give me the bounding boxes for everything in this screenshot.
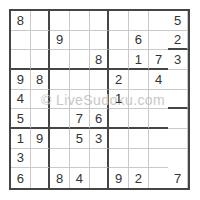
- given-digit: 5: [17, 112, 24, 125]
- cell-r4c5[interactable]: [90, 70, 110, 90]
- cell-r6c5: 6: [90, 109, 110, 129]
- cell-r8c6[interactable]: [109, 149, 129, 169]
- cell-r8c3[interactable]: [50, 149, 70, 169]
- cell-r5c6: 1: [109, 90, 129, 110]
- cell-r6c2[interactable]: [31, 109, 51, 129]
- cell-r3c4[interactable]: [70, 50, 90, 70]
- cell-r7c8[interactable]: [149, 129, 169, 149]
- cell-r1c4[interactable]: [70, 11, 90, 31]
- cell-r9c3: 8: [50, 168, 70, 188]
- given-digit: 9: [36, 132, 43, 145]
- cell-r6c3[interactable]: [50, 109, 70, 129]
- cell-r7c2: 9: [31, 129, 51, 149]
- cell-r2c9: 2: [168, 31, 188, 51]
- cell-r7c6[interactable]: [109, 129, 129, 149]
- cell-r9c7: 2: [129, 168, 149, 188]
- cell-r4c7[interactable]: [129, 70, 149, 90]
- cell-r1c3[interactable]: [50, 11, 70, 31]
- given-digit: 9: [56, 33, 63, 46]
- cell-r5c8[interactable]: [149, 90, 169, 110]
- cell-r2c7: 6: [129, 31, 149, 51]
- given-digit: 1: [135, 53, 142, 66]
- cell-r1c2[interactable]: [31, 11, 51, 31]
- cell-r4c1: 9: [11, 70, 31, 90]
- cell-r5c5[interactable]: [90, 90, 110, 110]
- cell-r2c1[interactable]: [11, 31, 31, 51]
- given-digit: 9: [115, 172, 122, 185]
- given-digit: 5: [174, 14, 181, 27]
- cell-r6c6[interactable]: [109, 109, 129, 129]
- cell-r8c8[interactable]: [149, 149, 169, 169]
- cell-r8c4[interactable]: [70, 149, 90, 169]
- given-digit: 4: [155, 73, 162, 86]
- given-digit: 9: [17, 73, 24, 86]
- given-digit: 3: [174, 53, 181, 66]
- given-digit: 7: [155, 53, 162, 66]
- cell-r8c1: 3: [11, 149, 31, 169]
- cell-r5c9[interactable]: [168, 90, 188, 110]
- cell-r9c9: 7: [168, 168, 188, 188]
- cell-r3c5: 8: [90, 50, 110, 70]
- cell-r8c9[interactable]: [168, 149, 188, 169]
- given-digit: 8: [56, 172, 63, 185]
- given-digit: 3: [17, 151, 24, 164]
- given-digit: 2: [135, 172, 142, 185]
- cell-r7c3[interactable]: [50, 129, 70, 149]
- cell-r8c2[interactable]: [31, 149, 51, 169]
- sudoku-board: © LiveSudoku.com 85962817398244157619533…: [9, 9, 190, 190]
- given-digit: 2: [115, 73, 122, 86]
- given-digit: 6: [135, 33, 142, 46]
- given-digit: 4: [76, 172, 83, 185]
- given-digit: 1: [115, 92, 122, 105]
- given-digit: 4: [17, 92, 24, 105]
- given-digit: 2: [174, 33, 181, 46]
- cell-r9c8[interactable]: [149, 168, 169, 188]
- cell-r9c2[interactable]: [31, 168, 51, 188]
- cell-r6c1: 5: [11, 109, 31, 129]
- cell-r3c1[interactable]: [11, 50, 31, 70]
- cell-r6c8[interactable]: [149, 109, 169, 129]
- given-digit: 6: [95, 112, 102, 125]
- cell-r1c6[interactable]: [109, 11, 129, 31]
- cell-r9c1: 6: [11, 168, 31, 188]
- cell-r3c6[interactable]: [109, 50, 129, 70]
- cell-r5c1: 4: [11, 90, 31, 110]
- cell-r1c5[interactable]: [90, 11, 110, 31]
- given-digit: 6: [17, 172, 24, 185]
- cell-r5c4[interactable]: [70, 90, 90, 110]
- cell-r6c7[interactable]: [129, 109, 149, 129]
- cell-r1c8[interactable]: [149, 11, 169, 31]
- given-digit: 7: [76, 112, 83, 125]
- given-digit: 8: [36, 73, 43, 86]
- cell-r2c2[interactable]: [31, 31, 51, 51]
- cell-r2c5[interactable]: [90, 31, 110, 51]
- cell-r7c5: 3: [90, 129, 110, 149]
- cell-r2c3: 9: [50, 31, 70, 51]
- cell-r9c4: 4: [70, 168, 90, 188]
- cell-r8c5[interactable]: [90, 149, 110, 169]
- cell-r3c7: 1: [129, 50, 149, 70]
- cell-r7c7[interactable]: [129, 129, 149, 149]
- cell-r1c1: 8: [11, 11, 31, 31]
- given-digit: 7: [174, 172, 181, 185]
- cell-r4c9[interactable]: [168, 70, 188, 90]
- cell-r6c4: 7: [70, 109, 90, 129]
- given-digit: 1: [17, 132, 24, 145]
- cell-r1c7[interactable]: [129, 11, 149, 31]
- cell-r9c6: 9: [109, 168, 129, 188]
- cell-r4c8: 4: [149, 70, 169, 90]
- cell-r3c8: 7: [149, 50, 169, 70]
- cell-r3c2[interactable]: [31, 50, 51, 70]
- given-digit: 8: [95, 53, 102, 66]
- cell-r4c3[interactable]: [50, 70, 70, 90]
- cell-r3c3[interactable]: [50, 50, 70, 70]
- cell-r4c6: 2: [109, 70, 129, 90]
- cell-r5c7[interactable]: [129, 90, 149, 110]
- given-digit: 5: [76, 132, 83, 145]
- cell-r3c9: 3: [168, 50, 188, 70]
- cell-r5c2[interactable]: [31, 90, 51, 110]
- cell-r1c9: 5: [168, 11, 188, 31]
- cell-r2c8[interactable]: [149, 31, 169, 51]
- cell-r9c5[interactable]: [90, 168, 110, 188]
- cell-r2c4[interactable]: [70, 31, 90, 51]
- cell-r7c9[interactable]: [168, 129, 188, 149]
- cell-r2c6[interactable]: [109, 31, 129, 51]
- cell-r5c3[interactable]: [50, 90, 70, 110]
- cell-r6c9[interactable]: [168, 109, 188, 129]
- cell-r7c1: 1: [11, 129, 31, 149]
- cell-r8c7[interactable]: [129, 149, 149, 169]
- given-digit: 3: [95, 132, 102, 145]
- cell-r4c2: 8: [31, 70, 51, 90]
- cell-r7c4: 5: [70, 129, 90, 149]
- cell-r4c4[interactable]: [70, 70, 90, 90]
- given-digit: 8: [17, 14, 24, 27]
